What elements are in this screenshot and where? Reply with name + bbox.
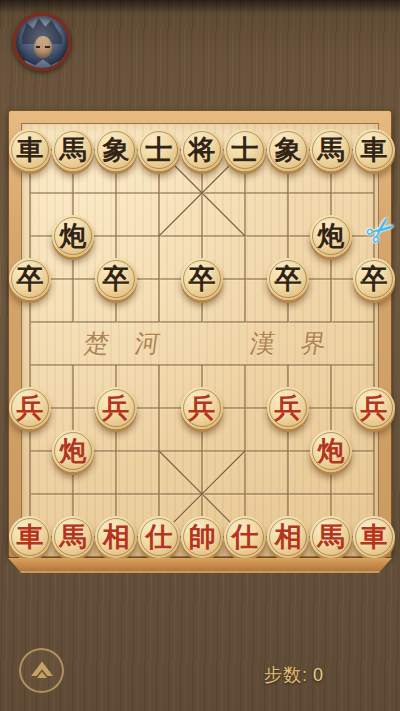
red-piece-仕[interactable]: 仕 [224, 516, 266, 558]
black-piece-車[interactable]: 車 [9, 129, 51, 171]
step-counter: 步数:0 [264, 663, 324, 687]
board-field: 楚 河 漢 界 車馬象士将士象馬車炮炮卒卒卒卒卒兵兵兵兵兵炮炮車馬相仕帥仕相馬車 [21, 123, 379, 557]
black-piece-馬[interactable]: 馬 [52, 129, 94, 171]
black-piece-士[interactable]: 士 [224, 129, 266, 171]
red-piece-車[interactable]: 車 [9, 516, 51, 558]
red-piece-帥[interactable]: 帥 [181, 516, 223, 558]
board-front-edge [8, 558, 392, 573]
black-piece-炮[interactable]: 炮 [310, 215, 352, 257]
red-piece-馬[interactable]: 馬 [52, 516, 94, 558]
red-piece-兵[interactable]: 兵 [267, 387, 309, 429]
red-piece-兵[interactable]: 兵 [353, 387, 395, 429]
avatar-eyes [36, 46, 50, 48]
black-piece-象[interactable]: 象 [267, 129, 309, 171]
red-piece-兵[interactable]: 兵 [9, 387, 51, 429]
red-piece-車[interactable]: 車 [353, 516, 395, 558]
red-piece-兵[interactable]: 兵 [95, 387, 137, 429]
red-piece-炮[interactable]: 炮 [310, 430, 352, 472]
expand-button[interactable] [19, 648, 64, 693]
red-piece-相[interactable]: 相 [267, 516, 309, 558]
black-piece-馬[interactable]: 馬 [310, 129, 352, 171]
black-piece-車[interactable]: 車 [353, 129, 395, 171]
black-piece-卒[interactable]: 卒 [181, 258, 223, 300]
black-piece-将[interactable]: 将 [181, 129, 223, 171]
player-avatar[interactable] [13, 13, 71, 71]
black-piece-炮[interactable]: 炮 [52, 215, 94, 257]
black-piece-象[interactable]: 象 [95, 129, 137, 171]
red-piece-仕[interactable]: 仕 [138, 516, 180, 558]
black-piece-卒[interactable]: 卒 [9, 258, 51, 300]
black-piece-卒[interactable]: 卒 [95, 258, 137, 300]
red-piece-兵[interactable]: 兵 [181, 387, 223, 429]
board-grid-lines [22, 124, 382, 560]
step-counter-value: 0 [313, 665, 324, 685]
black-piece-士[interactable]: 士 [138, 129, 180, 171]
avatar-armor [18, 56, 68, 71]
game-screen: 楚 河 漢 界 車馬象士将士象馬車炮炮卒卒卒卒卒兵兵兵兵兵炮炮車馬相仕帥仕相馬車… [0, 0, 400, 711]
step-counter-label: 步数: [264, 665, 308, 685]
black-piece-卒[interactable]: 卒 [267, 258, 309, 300]
black-piece-卒[interactable]: 卒 [353, 258, 395, 300]
chevron-up-icon [26, 655, 58, 687]
red-piece-馬[interactable]: 馬 [310, 516, 352, 558]
xiangqi-board[interactable]: 楚 河 漢 界 車馬象士将士象馬車炮炮卒卒卒卒卒兵兵兵兵兵炮炮車馬相仕帥仕相馬車 [8, 110, 392, 558]
red-piece-炮[interactable]: 炮 [52, 430, 94, 472]
red-piece-相[interactable]: 相 [95, 516, 137, 558]
